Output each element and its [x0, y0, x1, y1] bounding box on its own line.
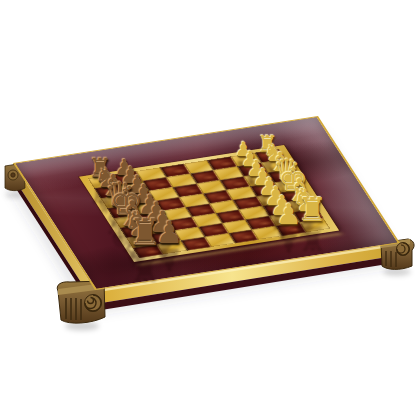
piece-black-rook[interactable]: ♜♜	[125, 215, 166, 252]
piece-reflection: ♟	[273, 226, 304, 255]
piece-white-pawn[interactable]: ♟♟	[273, 201, 304, 230]
product-photo-stage: { "game": "chess", "scene": { "descripti…	[0, 0, 416, 416]
piece-reflection: ♜	[125, 248, 166, 285]
